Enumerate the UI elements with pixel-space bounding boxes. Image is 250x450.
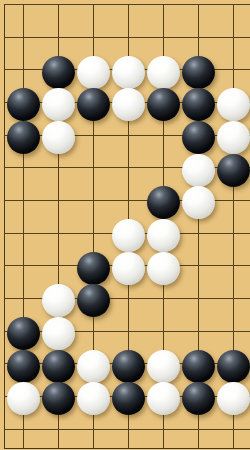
stone-white[interactable] — [112, 88, 145, 121]
stone-white[interactable] — [217, 382, 250, 415]
stone-white[interactable] — [77, 56, 110, 89]
stone-white[interactable] — [182, 186, 215, 219]
stone-black[interactable] — [147, 186, 180, 219]
stone-black[interactable] — [217, 350, 250, 383]
stone-white[interactable] — [112, 252, 145, 285]
stone-white[interactable] — [147, 252, 180, 285]
stone-white[interactable] — [217, 88, 250, 121]
stone-white[interactable] — [147, 350, 180, 383]
stone-black[interactable] — [42, 56, 75, 89]
grid-line-horizontal — [4, 4, 250, 5]
stone-white[interactable] — [42, 121, 75, 154]
stone-white[interactable] — [112, 219, 145, 252]
stone-white[interactable] — [147, 382, 180, 415]
stone-black[interactable] — [7, 88, 40, 121]
stone-black[interactable] — [42, 382, 75, 415]
stone-white[interactable] — [182, 154, 215, 187]
grid-line-horizontal — [4, 331, 250, 332]
grid-line-horizontal — [4, 298, 250, 299]
stone-white[interactable] — [42, 88, 75, 121]
stone-black[interactable] — [7, 317, 40, 350]
stone-white[interactable] — [217, 121, 250, 154]
grid-line-horizontal — [4, 429, 250, 430]
stone-white[interactable] — [77, 350, 110, 383]
stone-white[interactable] — [7, 382, 40, 415]
stone-white[interactable] — [42, 317, 75, 350]
stone-black[interactable] — [182, 350, 215, 383]
stone-black[interactable] — [77, 252, 110, 285]
stone-white[interactable] — [147, 219, 180, 252]
stone-white[interactable] — [147, 56, 180, 89]
grid-line-horizontal — [4, 37, 250, 38]
stone-black[interactable] — [182, 382, 215, 415]
stone-white[interactable] — [77, 382, 110, 415]
stone-black[interactable] — [182, 88, 215, 121]
stone-black[interactable] — [147, 88, 180, 121]
board-edge-line — [4, 4, 5, 449]
stone-black[interactable] — [112, 350, 145, 383]
stone-black[interactable] — [7, 350, 40, 383]
stone-black[interactable] — [217, 154, 250, 187]
go-board[interactable] — [0, 0, 250, 450]
stone-black[interactable] — [77, 284, 110, 317]
stone-black[interactable] — [77, 88, 110, 121]
stone-black[interactable] — [42, 350, 75, 383]
stone-black[interactable] — [182, 121, 215, 154]
stone-black[interactable] — [112, 382, 145, 415]
board-edge-line — [4, 448, 250, 449]
stone-white[interactable] — [112, 56, 145, 89]
stone-black[interactable] — [7, 121, 40, 154]
stone-white[interactable] — [42, 284, 75, 317]
stone-black[interactable] — [182, 56, 215, 89]
